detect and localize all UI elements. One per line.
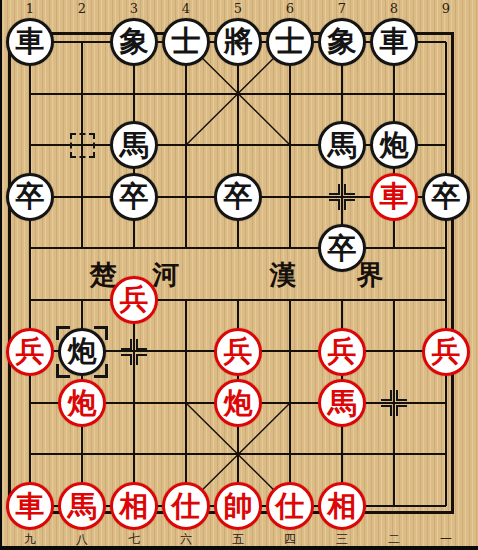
piece-black-chariot[interactable]: 車 xyxy=(370,18,418,66)
piece-red-soldier[interactable]: 兵 xyxy=(214,328,262,376)
file-label-bottom-9: 一 xyxy=(433,533,459,546)
dest-mark-corner-tl xyxy=(56,326,70,340)
piece-black-soldier[interactable]: 卒 xyxy=(6,173,54,221)
piece-black-elephant[interactable]: 象 xyxy=(318,18,366,66)
piece-black-horse[interactable]: 馬 xyxy=(110,121,158,169)
dest-mark-corner-tr xyxy=(94,326,108,340)
point-mark-corner-bl xyxy=(381,405,392,416)
point-mark-corner-tl xyxy=(381,390,392,401)
point-mark-corner-tr xyxy=(136,339,147,350)
point-mark-corner-br xyxy=(396,405,407,416)
piece-red-general[interactable]: 帥 xyxy=(214,482,262,530)
piece-black-soldier[interactable]: 卒 xyxy=(214,173,262,221)
piece-red-soldier[interactable]: 兵 xyxy=(318,328,366,376)
point-mark xyxy=(121,339,147,365)
file-label-top-3: 3 xyxy=(121,2,147,15)
file-label-top-5: 5 xyxy=(225,2,251,15)
piece-red-cannon[interactable]: 炮 xyxy=(58,379,106,427)
piece-black-soldier[interactable]: 卒 xyxy=(318,224,366,272)
piece-red-soldier[interactable]: 兵 xyxy=(6,328,54,376)
file-label-bottom-6: 四 xyxy=(277,533,303,546)
file-label-top-4: 4 xyxy=(173,2,199,15)
file-label-top-6: 6 xyxy=(277,2,303,15)
piece-red-cannon[interactable]: 炮 xyxy=(214,379,262,427)
piece-red-elephant[interactable]: 相 xyxy=(110,482,158,530)
xiangqi-board: 楚 河 漢 界 123456789 九八七六五四三二一 車象士將士象車馬馬炮卒卒… xyxy=(0,0,478,550)
piece-black-advisor[interactable]: 士 xyxy=(162,18,210,66)
point-mark-corner-tr xyxy=(396,390,407,401)
file-label-top-7: 7 xyxy=(329,2,355,15)
point-mark-corner-tr xyxy=(344,184,355,195)
point-mark-corner-br xyxy=(136,354,147,365)
dest-mark-corner-br xyxy=(94,364,108,378)
piece-red-chariot[interactable]: 車 xyxy=(6,482,54,530)
piece-black-advisor[interactable]: 士 xyxy=(266,18,314,66)
piece-black-chariot[interactable]: 車 xyxy=(6,18,54,66)
last-move-destination-marker xyxy=(56,326,108,378)
piece-black-general[interactable]: 將 xyxy=(214,18,262,66)
file-label-bottom-5: 五 xyxy=(225,533,251,546)
piece-red-advisor[interactable]: 仕 xyxy=(162,482,210,530)
file-label-bottom-3: 七 xyxy=(121,533,147,546)
piece-red-soldier[interactable]: 兵 xyxy=(422,328,470,376)
file-label-top-9: 9 xyxy=(433,2,459,15)
point-mark-corner-tl xyxy=(121,339,132,350)
piece-black-cannon[interactable]: 炮 xyxy=(370,121,418,169)
file-label-bottom-7: 三 xyxy=(329,533,355,546)
file-label-top-8: 8 xyxy=(381,2,407,15)
point-mark xyxy=(381,390,407,416)
file-label-top-2: 2 xyxy=(69,2,95,15)
screen-left-edge xyxy=(0,0,2,550)
file-label-bottom-2: 八 xyxy=(69,533,95,546)
file-label-bottom-4: 六 xyxy=(173,533,199,546)
point-mark-corner-bl xyxy=(329,199,340,210)
piece-black-soldier[interactable]: 卒 xyxy=(110,173,158,221)
piece-black-soldier[interactable]: 卒 xyxy=(422,173,470,221)
piece-red-horse[interactable]: 馬 xyxy=(318,379,366,427)
piece-black-elephant[interactable]: 象 xyxy=(110,18,158,66)
point-mark-corner-bl xyxy=(121,354,132,365)
piece-red-chariot[interactable]: 車 xyxy=(370,173,418,221)
screen-bottom-edge xyxy=(0,546,478,550)
file-label-bottom-1: 九 xyxy=(17,533,43,546)
dest-mark-corner-bl xyxy=(56,364,70,378)
file-label-bottom-8: 二 xyxy=(381,533,407,546)
piece-red-advisor[interactable]: 仕 xyxy=(266,482,314,530)
point-mark-corner-tl xyxy=(329,184,340,195)
piece-red-soldier[interactable]: 兵 xyxy=(110,276,158,324)
file-label-top-1: 1 xyxy=(17,2,43,15)
point-mark xyxy=(329,184,355,210)
board-intersections-grid: 車象士將士象車馬馬炮卒卒卒車卒卒兵兵炮兵兵兵炮炮馬車馬相仕帥仕相 xyxy=(4,16,472,532)
piece-red-elephant[interactable]: 相 xyxy=(318,482,366,530)
piece-black-horse[interactable]: 馬 xyxy=(318,121,366,169)
piece-red-horse[interactable]: 馬 xyxy=(58,482,106,530)
piece-black-cannon[interactable]: 炮 xyxy=(58,328,106,376)
point-mark-corner-br xyxy=(344,199,355,210)
last-move-origin-marker xyxy=(70,133,95,158)
